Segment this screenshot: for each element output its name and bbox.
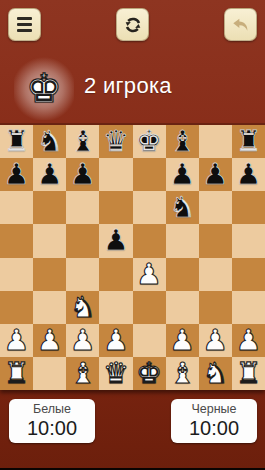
piece-bP: ♟ (169, 160, 195, 189)
piece-wP: ♟ (235, 326, 261, 355)
piece-wK: ♚ (136, 359, 162, 388)
piece-bP: ♟ (202, 160, 228, 189)
square-h8[interactable]: ♜ (232, 125, 265, 158)
square-b4[interactable] (33, 258, 66, 291)
square-h4[interactable] (232, 258, 265, 291)
piece-bP: ♟ (37, 160, 63, 189)
square-b8[interactable]: ♞ (33, 125, 66, 158)
piece-wP: ♟ (202, 326, 228, 355)
undo-button[interactable] (224, 8, 257, 41)
piece-wP: ♟ (103, 326, 129, 355)
black-clock[interactable]: Черные 10:00 (171, 399, 257, 443)
square-f5[interactable] (166, 224, 199, 257)
square-c5[interactable] (66, 224, 99, 257)
square-a3[interactable] (0, 291, 33, 324)
square-c1[interactable]: ♝ (66, 357, 99, 390)
square-h1[interactable]: ♜ (232, 357, 265, 390)
black-clock-time: 10:00 (189, 417, 239, 440)
square-g2[interactable]: ♟ (199, 324, 232, 357)
piece-wN: ♞ (202, 359, 228, 388)
piece-wR: ♜ (235, 359, 261, 388)
square-g8[interactable] (199, 125, 232, 158)
square-e8[interactable]: ♚ (133, 125, 166, 158)
square-b2[interactable]: ♟ (33, 324, 66, 357)
square-d7[interactable] (99, 158, 132, 191)
piece-wP: ♟ (136, 260, 162, 289)
black-clock-label: Черные (191, 402, 236, 416)
square-f4[interactable] (166, 258, 199, 291)
refresh-button[interactable] (116, 8, 149, 41)
square-d1[interactable]: ♛ (99, 357, 132, 390)
chess-board[interactable]: ♜♞♝♛♚♝♜♟♟♟♟♟♟♞♟♟♞♟♟♟♟♟♟♟♜♝♛♚♝♞♜ (0, 125, 265, 390)
square-d3[interactable] (99, 291, 132, 324)
square-a8[interactable]: ♜ (0, 125, 33, 158)
hamburger-icon (17, 17, 32, 20)
square-a5[interactable] (0, 224, 33, 257)
square-b7[interactable]: ♟ (33, 158, 66, 191)
square-f8[interactable]: ♝ (166, 125, 199, 158)
square-a4[interactable] (0, 258, 33, 291)
square-g7[interactable]: ♟ (199, 158, 232, 191)
square-a6[interactable] (0, 191, 33, 224)
square-e7[interactable] (133, 158, 166, 191)
square-b1[interactable] (33, 357, 66, 390)
square-e1[interactable]: ♚ (133, 357, 166, 390)
menu-button[interactable] (8, 8, 41, 41)
piece-bQ: ♛ (103, 127, 129, 156)
square-b3[interactable] (33, 291, 66, 324)
white-king-icon: ♚ (14, 56, 74, 120)
square-h5[interactable] (232, 224, 265, 257)
square-e4[interactable]: ♟ (133, 258, 166, 291)
piece-wP: ♟ (4, 326, 30, 355)
square-d2[interactable]: ♟ (99, 324, 132, 357)
square-a2[interactable]: ♟ (0, 324, 33, 357)
square-d4[interactable] (99, 258, 132, 291)
square-f7[interactable]: ♟ (166, 158, 199, 191)
square-e3[interactable] (133, 291, 166, 324)
square-c6[interactable] (66, 191, 99, 224)
square-c2[interactable]: ♟ (66, 324, 99, 357)
square-h3[interactable] (232, 291, 265, 324)
square-g1[interactable]: ♞ (199, 357, 232, 390)
square-c3[interactable]: ♞ (66, 291, 99, 324)
square-h7[interactable]: ♟ (232, 158, 265, 191)
piece-bR: ♜ (4, 127, 30, 156)
square-d6[interactable] (99, 191, 132, 224)
square-b6[interactable] (33, 191, 66, 224)
piece-bN: ♞ (37, 127, 63, 156)
piece-wN: ♞ (70, 293, 96, 322)
square-f2[interactable]: ♟ (166, 324, 199, 357)
header: ♚ 2 игрока (0, 60, 265, 120)
piece-bB: ♝ (70, 127, 96, 156)
piece-wP: ♟ (37, 326, 63, 355)
square-d8[interactable]: ♛ (99, 125, 132, 158)
piece-bN: ♞ (169, 193, 195, 222)
square-f3[interactable] (166, 291, 199, 324)
page-title: 2 игрока (84, 73, 172, 99)
square-g3[interactable] (199, 291, 232, 324)
square-c7[interactable]: ♟ (66, 158, 99, 191)
white-clock-time: 10:00 (27, 417, 77, 440)
undo-icon (230, 14, 252, 36)
piece-bK: ♚ (136, 127, 162, 156)
square-h2[interactable]: ♟ (232, 324, 265, 357)
piece-wQ: ♛ (103, 359, 129, 388)
square-g6[interactable] (199, 191, 232, 224)
square-e5[interactable] (133, 224, 166, 257)
square-b5[interactable] (33, 224, 66, 257)
piece-wB: ♝ (169, 359, 195, 388)
square-g4[interactable] (199, 258, 232, 291)
square-g5[interactable] (199, 224, 232, 257)
piece-bP: ♟ (4, 160, 30, 189)
square-a7[interactable]: ♟ (0, 158, 33, 191)
piece-bP: ♟ (103, 226, 129, 255)
square-f1[interactable]: ♝ (166, 357, 199, 390)
piece-wR: ♜ (4, 359, 30, 388)
white-clock-label: Белые (33, 402, 71, 416)
square-e2[interactable] (133, 324, 166, 357)
king-glyph: ♚ (26, 68, 62, 108)
refresh-icon (123, 15, 143, 35)
piece-wP: ♟ (70, 326, 96, 355)
piece-bR: ♜ (235, 127, 261, 156)
square-h6[interactable] (232, 191, 265, 224)
square-d5[interactable]: ♟ (99, 224, 132, 257)
piece-wP: ♟ (169, 326, 195, 355)
white-clock[interactable]: Белые 10:00 (9, 399, 95, 443)
piece-wB: ♝ (70, 359, 96, 388)
square-f6[interactable]: ♞ (166, 191, 199, 224)
piece-bP: ♟ (235, 160, 261, 189)
app-screen: ♚ 2 игрока ♜♞♝♛♚♝♜♟♟♟♟♟♟♞♟♟♞♟♟♟♟♟♟♟♜♝♛♚♝… (0, 0, 265, 470)
square-c8[interactable]: ♝ (66, 125, 99, 158)
piece-bB: ♝ (169, 127, 195, 156)
square-e6[interactable] (133, 191, 166, 224)
square-c4[interactable] (66, 258, 99, 291)
piece-bP: ♟ (70, 160, 96, 189)
square-a1[interactable]: ♜ (0, 357, 33, 390)
